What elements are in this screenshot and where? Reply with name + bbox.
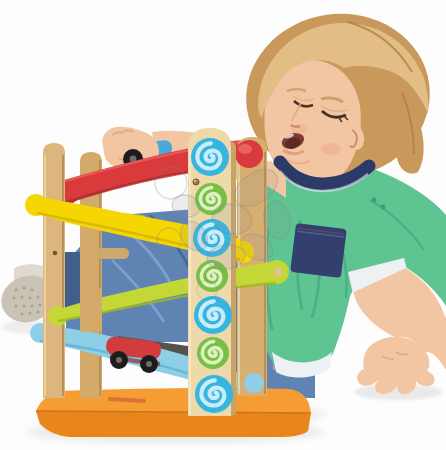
base-front [36, 411, 311, 437]
dowel-icon [274, 268, 283, 277]
spiral-blue-1 [191, 138, 229, 176]
left-inner-post-front [80, 288, 102, 332]
spiral-blue-4 [195, 375, 233, 413]
photo [0, 0, 446, 450]
ramp-blue-right-tip [244, 373, 264, 393]
left-outer-post [43, 143, 65, 398]
base [36, 388, 311, 437]
base-top [36, 388, 311, 413]
pocket [290, 223, 347, 278]
screw-icon [193, 179, 199, 185]
spiral-blue-3 [194, 296, 232, 334]
rung-peg [97, 248, 129, 259]
center-panel [188, 128, 236, 416]
spiral-green-3 [197, 337, 229, 369]
screw-icon [53, 251, 58, 256]
